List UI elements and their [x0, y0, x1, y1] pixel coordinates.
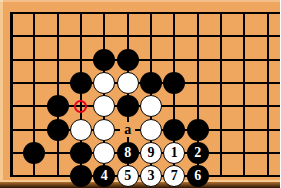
stone-black	[163, 119, 185, 141]
move-number-label: 6	[194, 169, 201, 183]
grid-line-horizontal-2	[10, 35, 281, 37]
stone-black-move-8: 8	[117, 142, 139, 164]
move-number-label: 2	[194, 146, 201, 160]
stone-black	[117, 49, 139, 71]
stone-white	[140, 119, 162, 141]
stone-white	[93, 95, 115, 117]
stone-black	[70, 142, 92, 164]
move-number-label: 8	[124, 146, 131, 160]
board-edge-left-highlight	[0, 0, 3, 181]
stone-white-move-5: 5	[117, 165, 139, 187]
stone-white	[93, 142, 115, 164]
grid-line-horizontal-3	[10, 59, 281, 61]
stone-black	[70, 72, 92, 94]
move-number-label: 4	[101, 169, 108, 183]
stone-white-move-9: 9	[140, 142, 162, 164]
stone-black	[23, 142, 45, 164]
stone-black-move-6: 6	[187, 165, 209, 187]
stone-black	[93, 49, 115, 71]
stone-black-move-2: 2	[187, 142, 209, 164]
point-label-a: a	[120, 122, 135, 137]
move-number-label: 3	[147, 169, 154, 183]
grid-line-horizontal-1	[10, 12, 281, 14]
board-edge-bottom-shadow	[0, 182, 280, 188]
move-number-label: 7	[171, 169, 178, 183]
stone-white-move-1: 1	[163, 142, 185, 164]
go-board[interactable]: 891245376a	[0, 0, 280, 188]
move-number-label: 9	[147, 146, 154, 160]
stone-black	[163, 72, 185, 94]
stone-white	[93, 72, 115, 94]
circle-marker-icon	[74, 100, 87, 113]
board-edge-top-highlight	[0, 0, 280, 2]
go-diagram: 891245376a	[0, 0, 280, 188]
stone-black	[117, 95, 139, 117]
stone-black	[140, 72, 162, 94]
stone-black	[187, 119, 209, 141]
move-number-label: 1	[171, 146, 178, 160]
stone-white	[117, 72, 139, 94]
stone-black	[47, 95, 69, 117]
stone-white	[93, 119, 115, 141]
stone-black	[47, 119, 69, 141]
stone-white	[70, 119, 92, 141]
stone-white	[140, 95, 162, 117]
move-number-label: 5	[124, 169, 131, 183]
